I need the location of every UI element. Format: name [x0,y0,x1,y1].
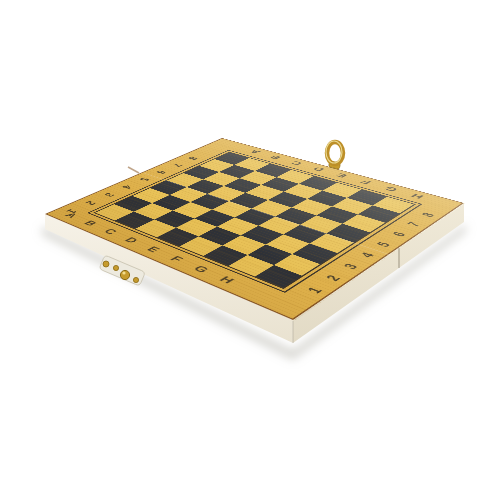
file-label-near-e: E [145,245,163,253]
file-label-far-f: F [359,179,373,185]
rank-label-far-6: 6 [154,170,168,175]
file-label-near-d: D [123,236,141,244]
rank-label-near-6: 6 [389,230,408,237]
rank-label-near-2: 2 [323,273,343,282]
rank-label-far-3: 3 [102,192,116,198]
file-label-near-b: B [82,219,99,226]
file-label-far-g: G [383,186,400,193]
rank-label-near-8: 8 [418,211,436,218]
file-label-far-a: A [248,149,262,154]
file-label-near-f: F [168,255,185,263]
rank-label-near-5: 5 [374,240,393,248]
rank-label-far-5: 5 [138,177,152,182]
rank-label-near-3: 3 [340,262,360,270]
file-label-near-g: G [191,264,211,274]
rank-label-far-2: 2 [84,200,99,206]
rank-label-far-7: 7 [170,163,184,168]
rank-label-near-4: 4 [357,251,376,259]
file-label-far-c: C [289,160,304,166]
file-label-near-h: H [217,275,237,285]
file-label-far-h: H [409,193,425,200]
file-label-far-d: D [311,166,326,172]
file-label-far-e: E [334,173,349,179]
rank-label-far-4: 4 [120,184,134,189]
file-label-far-b: B [268,155,283,160]
file-label-near-c: C [102,228,119,236]
rank-label-far-8: 8 [186,156,200,161]
chessboard-product-photo: ABCDEFGHABCDEFGH1234567812345678 [0,0,480,480]
rank-label-near-7: 7 [404,221,422,228]
rank-label-near-1: 1 [304,285,324,294]
